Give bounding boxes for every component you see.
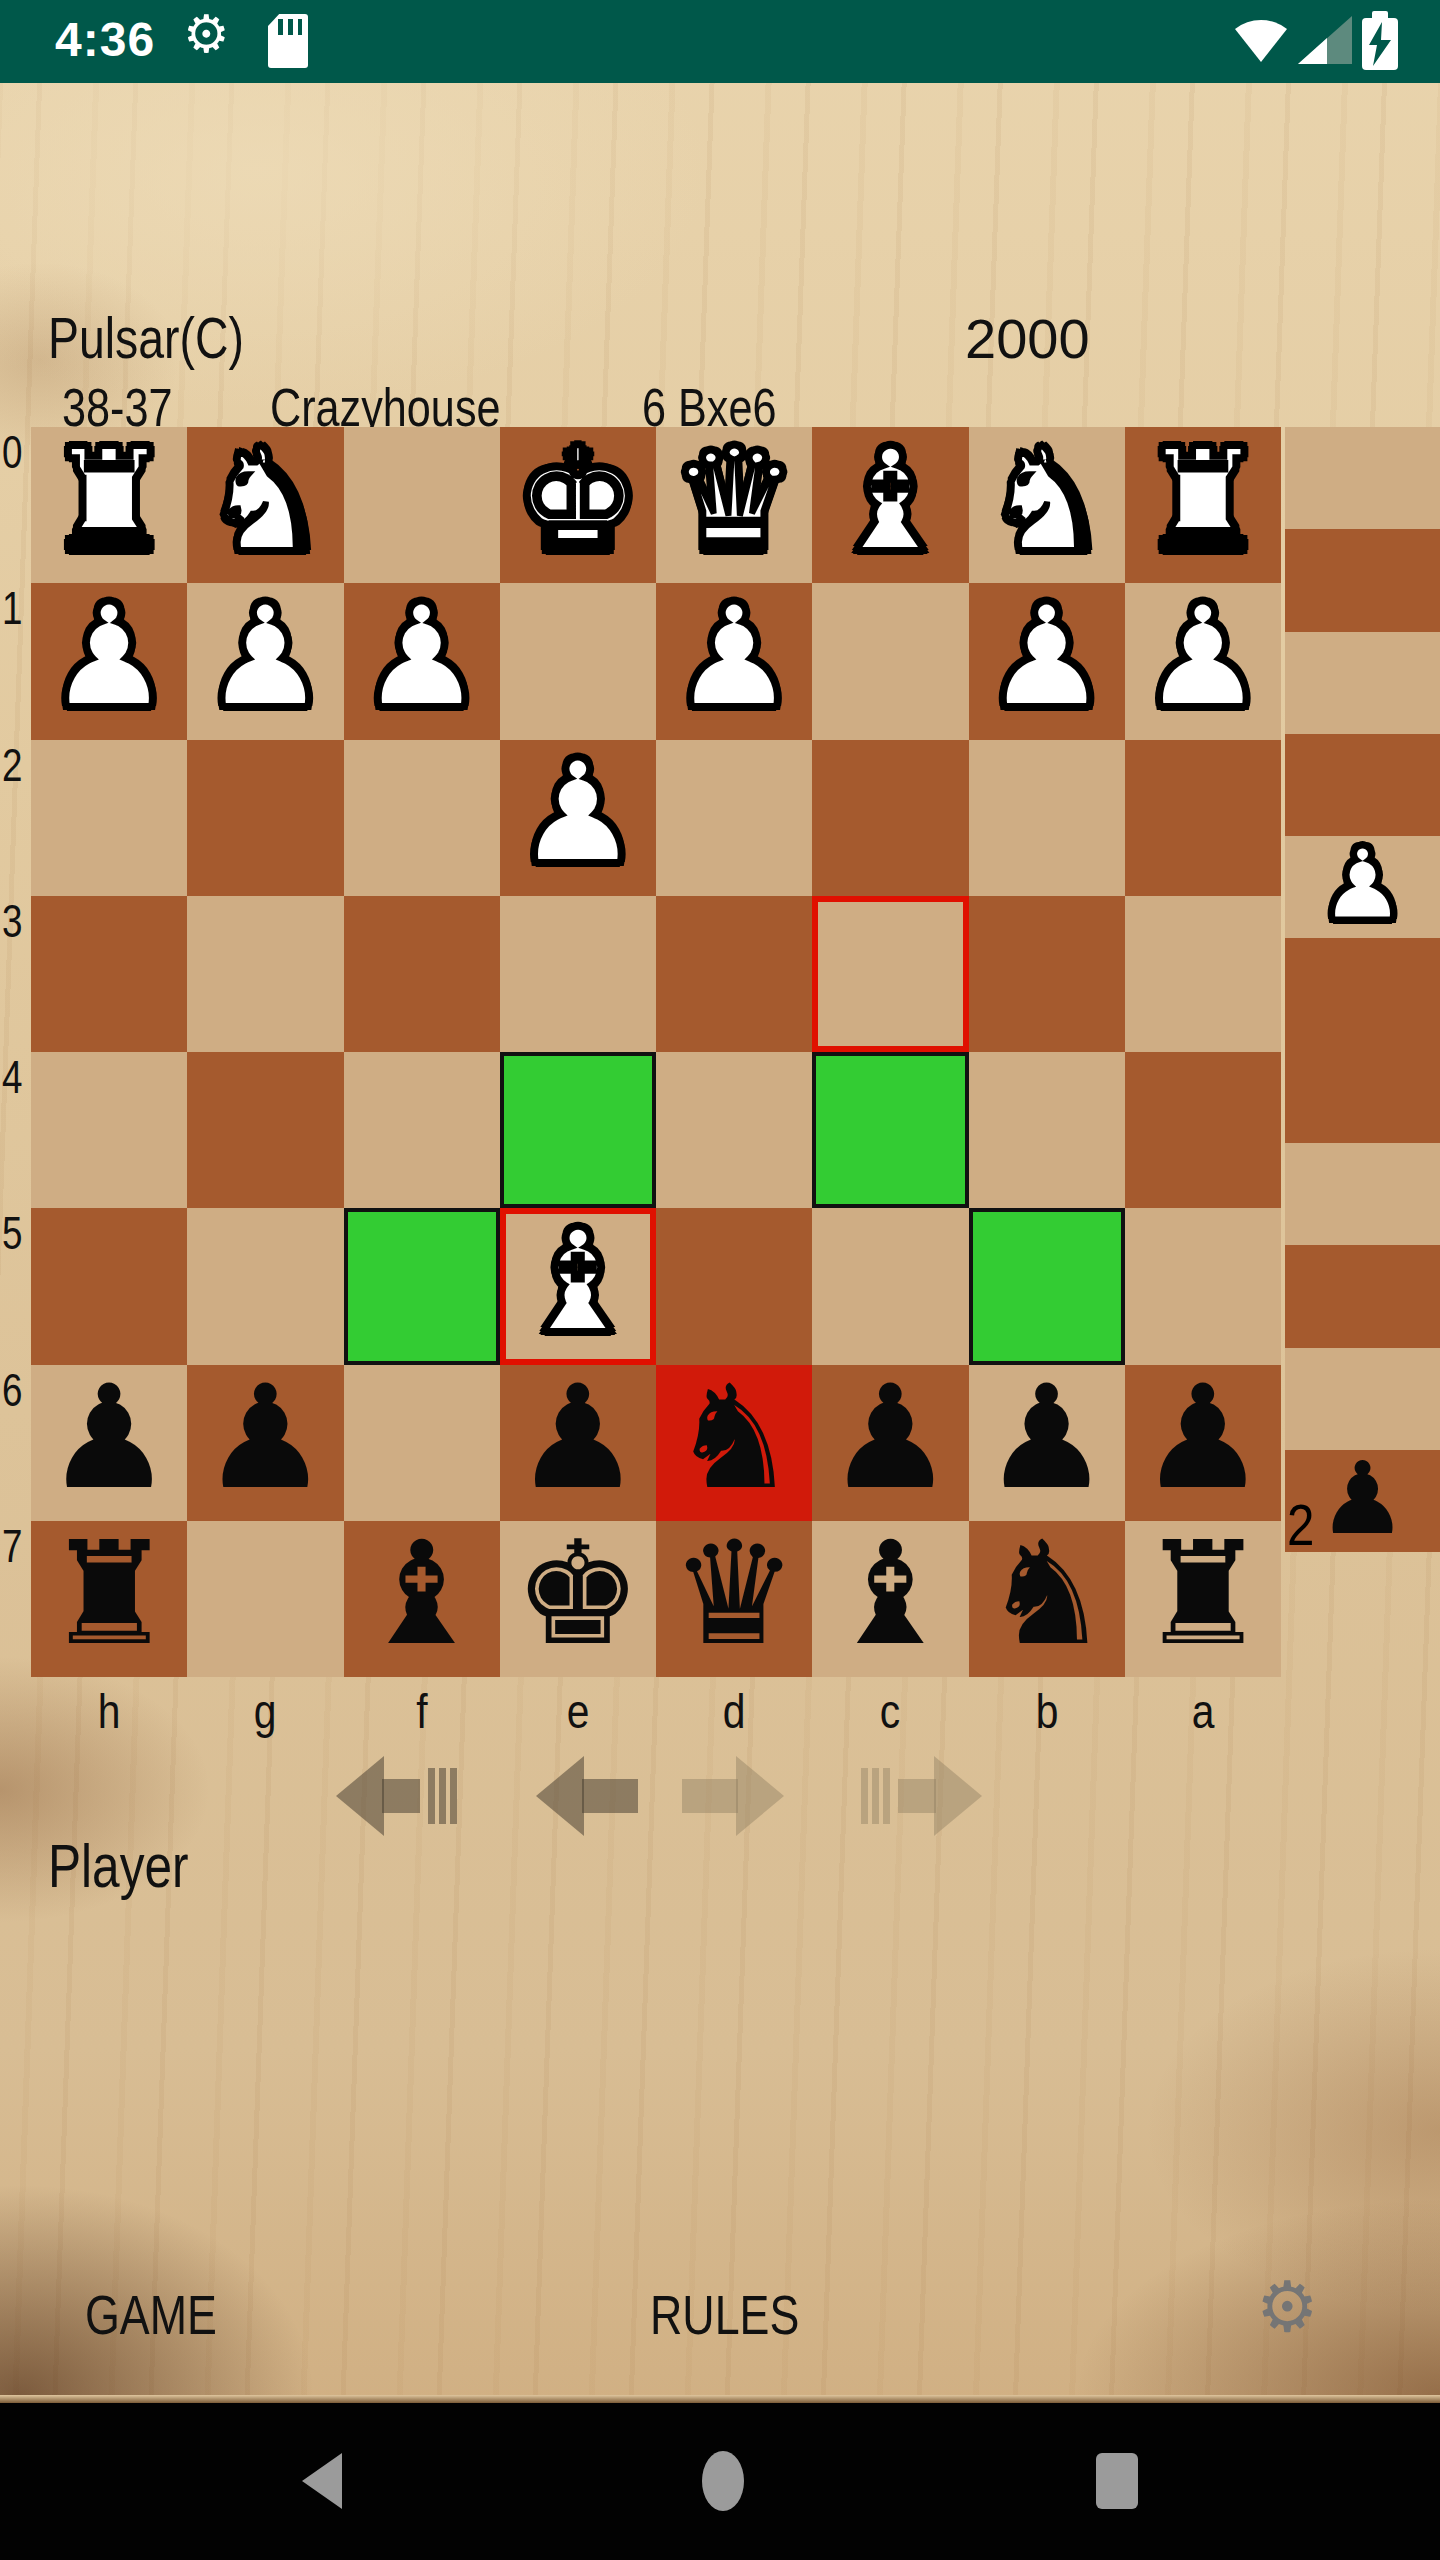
pocket-piece-wP: ♟	[1318, 835, 1408, 935]
piece-bB: ♝	[826, 1522, 954, 1665]
piece-bN: ♞	[670, 1366, 798, 1509]
square-a4[interactable]	[1125, 896, 1281, 1052]
square-c3[interactable]	[812, 740, 968, 896]
piece-wN: ♞	[983, 429, 1111, 572]
square-d1[interactable]: ♛	[656, 427, 812, 583]
go-to-end-button[interactable]	[860, 1750, 982, 1842]
step-forward-button[interactable]	[680, 1750, 784, 1842]
file-label-e: e	[511, 1684, 644, 1739]
square-f1[interactable]	[344, 427, 500, 583]
settings-notification-icon: ⚙	[183, 8, 230, 60]
square-e3[interactable]: ♟	[500, 740, 656, 896]
square-h7[interactable]: ♟	[31, 1365, 187, 1521]
square-f5[interactable]	[344, 1052, 500, 1208]
piece-bP: ♟	[45, 1366, 173, 1509]
pocket-cell-1[interactable]	[1285, 529, 1440, 631]
chess-board[interactable]: ♜♞♚♛♝♞♜♟♟♟♟♟♟♟♝♟♟♟♞♟♟♟♜♝♚♛♝♞♜	[31, 427, 1281, 1677]
square-d6[interactable]	[656, 1208, 812, 1364]
piece-wK: ♚	[514, 429, 642, 572]
file-label-h: h	[43, 1684, 176, 1739]
square-c7[interactable]: ♟	[812, 1365, 968, 1521]
square-g6[interactable]	[187, 1208, 343, 1364]
square-b1[interactable]: ♞	[969, 427, 1125, 583]
square-b3[interactable]	[969, 740, 1125, 896]
square-b8[interactable]: ♞	[969, 1521, 1125, 1677]
player-name: Player	[48, 1830, 224, 1901]
pocket-cell-8[interactable]	[1285, 1245, 1440, 1347]
square-e7[interactable]: ♟	[500, 1365, 656, 1521]
wood-edge-highlight	[0, 2395, 1440, 2403]
square-f7[interactable]	[344, 1365, 500, 1521]
app-root: 4:36 ⚙ Pulsar(C) 2000 38-37 Crazyhouse 6…	[0, 0, 1440, 2560]
square-c1[interactable]: ♝	[812, 427, 968, 583]
square-d3[interactable]	[656, 740, 812, 896]
square-a1[interactable]: ♜	[1125, 427, 1281, 583]
square-h5[interactable]	[31, 1052, 187, 1208]
piece-bQ: ♛	[670, 1522, 798, 1665]
home-button-icon[interactable]	[702, 2451, 744, 2511]
recents-button-icon[interactable]	[1096, 2453, 1138, 2509]
battery-charging-icon	[1362, 18, 1398, 70]
square-f8[interactable]: ♝	[344, 1521, 500, 1677]
rank-label-4: 4	[2, 1054, 22, 1100]
game-menu-button[interactable]: GAME	[85, 2282, 250, 2347]
square-a5[interactable]	[1125, 1052, 1281, 1208]
opponent-name: Pulsar(C)	[48, 308, 293, 369]
square-g1[interactable]: ♞	[187, 427, 343, 583]
square-a3[interactable]	[1125, 740, 1281, 896]
piece-wP: ♟	[201, 585, 329, 728]
square-a7[interactable]: ♟	[1125, 1365, 1281, 1521]
pocket-strip[interactable]: ♟♟2	[1285, 427, 1440, 1552]
piece-bP: ♟	[514, 1366, 642, 1509]
piece-bR: ♜	[45, 1522, 173, 1665]
pocket-cell-3[interactable]	[1285, 734, 1440, 836]
rank-labels: 01234567	[0, 427, 31, 1677]
rank-label-0: 0	[2, 429, 22, 475]
pocket-cell-4[interactable]: ♟	[1285, 836, 1440, 938]
square-c6[interactable]	[812, 1208, 968, 1364]
square-f4[interactable]	[344, 896, 500, 1052]
square-h8[interactable]: ♜	[31, 1521, 187, 1677]
file-label-b: b	[980, 1684, 1113, 1739]
square-e6[interactable]: ♝	[500, 1208, 656, 1364]
pocket-cell-5[interactable]	[1285, 938, 1440, 1040]
square-d2[interactable]: ♟	[656, 583, 812, 739]
square-g2[interactable]: ♟	[187, 583, 343, 739]
square-e2[interactable]	[500, 583, 656, 739]
back-button-icon[interactable]	[302, 2453, 342, 2509]
square-d8[interactable]: ♛	[656, 1521, 812, 1677]
square-g5[interactable]	[187, 1052, 343, 1208]
move-nav-row	[0, 1750, 1440, 1842]
file-labels: hgfedcba	[31, 1684, 1281, 1740]
rank-label-3: 3	[2, 898, 22, 944]
piece-wR: ♜	[1139, 429, 1267, 572]
rank-label-1: 1	[2, 585, 22, 631]
square-a2[interactable]: ♟	[1125, 583, 1281, 739]
step-back-icon	[536, 1750, 640, 1842]
file-label-d: d	[668, 1684, 801, 1739]
square-e4[interactable]	[500, 896, 656, 1052]
sd-card-icon	[268, 14, 308, 68]
piece-wP: ♟	[983, 585, 1111, 728]
file-label-f: f	[355, 1684, 488, 1739]
piece-bP: ♟	[826, 1366, 954, 1509]
square-c4[interactable]	[812, 896, 968, 1052]
wifi-icon	[1232, 14, 1290, 68]
square-e8[interactable]: ♚	[500, 1521, 656, 1677]
pocket-cell-2[interactable]	[1285, 632, 1440, 734]
android-status-bar: 4:36 ⚙	[0, 0, 1440, 83]
square-d5[interactable]	[656, 1052, 812, 1208]
pocket-count: 2	[1287, 1496, 1314, 1554]
settings-gear-button[interactable]: ⚙	[1256, 2272, 1319, 2342]
square-b5[interactable]	[969, 1052, 1125, 1208]
square-g3[interactable]	[187, 740, 343, 896]
square-c8[interactable]: ♝	[812, 1521, 968, 1677]
square-g7[interactable]: ♟	[187, 1365, 343, 1521]
file-label-c: c	[824, 1684, 957, 1739]
piece-wB: ♝	[826, 429, 954, 572]
square-f6[interactable]	[344, 1208, 500, 1364]
square-h6[interactable]	[31, 1208, 187, 1364]
opponent-rating: 2000	[965, 306, 1090, 371]
file-label-a: a	[1136, 1684, 1269, 1739]
square-b6[interactable]	[969, 1208, 1125, 1364]
rank-label-5: 5	[2, 1210, 22, 1256]
sd-card-slots	[278, 19, 302, 35]
piece-wP: ♟	[514, 741, 642, 884]
square-c2[interactable]	[812, 583, 968, 739]
piece-wP: ♟	[358, 585, 486, 728]
piece-wP: ♟	[1139, 585, 1267, 728]
square-d4[interactable]	[656, 896, 812, 1052]
piece-bB: ♝	[358, 1522, 486, 1665]
piece-bP: ♟	[1139, 1366, 1267, 1509]
piece-bP: ♟	[983, 1366, 1111, 1509]
square-d7[interactable]: ♞	[656, 1365, 812, 1521]
clock-time: 4:36	[55, 12, 155, 67]
piece-wR: ♜	[45, 429, 173, 572]
square-g8[interactable]	[187, 1521, 343, 1677]
rank-label-2: 2	[2, 742, 22, 788]
opponent-name-text: Pulsar(C)	[48, 308, 244, 369]
square-h1[interactable]: ♜	[31, 427, 187, 583]
cell-signal-icon	[1298, 16, 1352, 68]
piece-wQ: ♛	[670, 429, 798, 572]
square-c5[interactable]	[812, 1052, 968, 1208]
square-h3[interactable]	[31, 740, 187, 896]
square-a6[interactable]	[1125, 1208, 1281, 1364]
go-to-start-icon	[336, 1750, 458, 1842]
piece-wB: ♝	[514, 1210, 642, 1353]
piece-bR: ♜	[1139, 1522, 1267, 1665]
square-h4[interactable]	[31, 896, 187, 1052]
piece-wN: ♞	[201, 429, 329, 572]
square-a8[interactable]: ♜	[1125, 1521, 1281, 1677]
piece-bP: ♟	[201, 1366, 329, 1509]
square-b2[interactable]: ♟	[969, 583, 1125, 739]
piece-wP: ♟	[670, 585, 798, 728]
go-to-end-icon	[860, 1750, 982, 1842]
pocket-cell-10[interactable]: ♟2	[1285, 1450, 1440, 1552]
player-name-text: Player	[48, 1830, 189, 1901]
rules-menu-label: RULES	[650, 2282, 799, 2347]
square-b7[interactable]: ♟	[969, 1365, 1125, 1521]
game-menu-label: GAME	[85, 2282, 217, 2347]
go-to-start-button[interactable]	[336, 1750, 458, 1842]
step-forward-icon	[680, 1750, 784, 1842]
rank-label-7: 7	[2, 1523, 22, 1569]
rules-menu-button[interactable]: RULES	[650, 2282, 837, 2347]
pocket-cell-0[interactable]	[1285, 427, 1440, 529]
piece-bN: ♞	[983, 1522, 1111, 1665]
square-g4[interactable]	[187, 896, 343, 1052]
pocket-cell-7[interactable]	[1285, 1143, 1440, 1245]
square-f3[interactable]	[344, 740, 500, 896]
pocket-cell-9[interactable]	[1285, 1348, 1440, 1450]
rank-label-6: 6	[2, 1367, 22, 1413]
square-b4[interactable]	[969, 896, 1125, 1052]
square-e5[interactable]	[500, 1052, 656, 1208]
file-label-g: g	[199, 1684, 332, 1739]
square-e1[interactable]: ♚	[500, 427, 656, 583]
android-nav-bar	[0, 2403, 1440, 2560]
piece-wP: ♟	[45, 585, 173, 728]
pocket-cell-6[interactable]	[1285, 1041, 1440, 1143]
piece-bK: ♚	[514, 1522, 642, 1665]
pocket-piece-bP: ♟	[1318, 1449, 1408, 1549]
step-back-button[interactable]	[536, 1750, 640, 1842]
square-h2[interactable]: ♟	[31, 583, 187, 739]
square-f2[interactable]: ♟	[344, 583, 500, 739]
